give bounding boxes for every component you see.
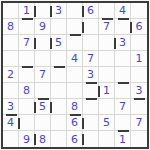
cell-r3c5[interactable] bbox=[67, 35, 83, 51]
cell-r4c1[interactable] bbox=[3, 51, 19, 67]
cell-r5c1[interactable]: 2 bbox=[3, 67, 19, 83]
cell-r2c3[interactable]: 9 bbox=[35, 19, 51, 35]
cell-r1c2[interactable]: 1 bbox=[19, 3, 35, 19]
cell-r4c2[interactable] bbox=[19, 51, 35, 67]
cell-r1c1[interactable] bbox=[3, 3, 19, 19]
cell-r6c6[interactable] bbox=[83, 83, 99, 99]
cell-r8c8[interactable] bbox=[115, 115, 131, 131]
cell-r5c8[interactable] bbox=[115, 67, 131, 83]
cell-r2c4[interactable] bbox=[51, 19, 67, 35]
cell-r1c9[interactable] bbox=[131, 3, 147, 19]
cell-r8c4[interactable] bbox=[51, 115, 67, 131]
cell-r8c9[interactable]: 7 bbox=[131, 115, 147, 131]
cell-r9c7[interactable] bbox=[99, 131, 115, 147]
cell-r4c4[interactable] bbox=[51, 51, 67, 67]
cell-r7c5[interactable]: 8 bbox=[67, 99, 83, 115]
cell-r5c4[interactable] bbox=[51, 67, 67, 83]
cell-r7c4[interactable] bbox=[51, 99, 67, 115]
cell-r2c1[interactable]: 8 bbox=[3, 19, 19, 35]
cell-r3c7[interactable] bbox=[99, 35, 115, 51]
cell-r4c8[interactable] bbox=[115, 51, 131, 67]
puzzle-board: 13648976753471273813358746579861 bbox=[1, 1, 149, 149]
cell-r9c2[interactable]: 9 bbox=[19, 131, 35, 147]
cell-r7c2[interactable] bbox=[19, 99, 35, 115]
cell-r9c4[interactable] bbox=[51, 131, 67, 147]
cell-r5c7[interactable] bbox=[99, 67, 115, 83]
cell-r4c9[interactable]: 1 bbox=[131, 51, 147, 67]
cell-r7c8[interactable]: 7 bbox=[115, 99, 131, 115]
cell-r8c7[interactable]: 5 bbox=[99, 115, 115, 131]
cell-r3c8[interactable]: 3 bbox=[115, 35, 131, 51]
cell-r2c2[interactable] bbox=[19, 19, 35, 35]
cell-r6c8[interactable] bbox=[115, 83, 131, 99]
cell-r5c3[interactable]: 7 bbox=[35, 67, 51, 83]
cell-r2c9[interactable]: 6 bbox=[131, 19, 147, 35]
cell-r7c7[interactable] bbox=[99, 99, 115, 115]
cell-r6c2[interactable]: 8 bbox=[19, 83, 35, 99]
cell-r4c7[interactable] bbox=[99, 51, 115, 67]
cell-r9c6[interactable] bbox=[83, 131, 99, 147]
cell-r9c1[interactable] bbox=[3, 131, 19, 147]
cell-r1c5[interactable] bbox=[67, 3, 83, 19]
cell-r5c9[interactable] bbox=[131, 67, 147, 83]
cell-r6c1[interactable] bbox=[3, 83, 19, 99]
cell-r3c9[interactable] bbox=[131, 35, 147, 51]
cell-r8c6[interactable] bbox=[83, 115, 99, 131]
cell-r8c3[interactable] bbox=[35, 115, 51, 131]
cell-r6c3[interactable] bbox=[35, 83, 51, 99]
cell-r9c5[interactable]: 6 bbox=[67, 131, 83, 147]
cell-r6c9[interactable]: 3 bbox=[131, 83, 147, 99]
cell-grid: 13648976753471273813358746579861 bbox=[3, 3, 147, 147]
cell-r1c7[interactable] bbox=[99, 3, 115, 19]
cell-r2c6[interactable] bbox=[83, 19, 99, 35]
cell-r7c1[interactable]: 3 bbox=[3, 99, 19, 115]
cell-r6c7[interactable]: 1 bbox=[99, 83, 115, 99]
cell-r3c2[interactable]: 7 bbox=[19, 35, 35, 51]
cell-r1c3[interactable] bbox=[35, 3, 51, 19]
cell-r8c5[interactable]: 6 bbox=[67, 115, 83, 131]
cell-r2c5[interactable] bbox=[67, 19, 83, 35]
cell-r3c1[interactable] bbox=[3, 35, 19, 51]
cell-r3c6[interactable] bbox=[83, 35, 99, 51]
cell-r5c6[interactable]: 3 bbox=[83, 67, 99, 83]
cell-r1c4[interactable]: 3 bbox=[51, 3, 67, 19]
cell-r6c4[interactable] bbox=[51, 83, 67, 99]
cell-r8c1[interactable]: 4 bbox=[3, 115, 19, 131]
cell-r5c2[interactable] bbox=[19, 67, 35, 83]
cell-r9c3[interactable]: 8 bbox=[35, 131, 51, 147]
puzzle-screen: 13648976753471273813358746579861 bbox=[0, 0, 150, 150]
cell-r2c8[interactable] bbox=[115, 19, 131, 35]
cell-r1c8[interactable]: 4 bbox=[115, 3, 131, 19]
cell-r6c5[interactable] bbox=[67, 83, 83, 99]
cell-r3c3[interactable] bbox=[35, 35, 51, 51]
cell-r7c9[interactable] bbox=[131, 99, 147, 115]
cell-r2c7[interactable]: 7 bbox=[99, 19, 115, 35]
cell-r4c6[interactable]: 7 bbox=[83, 51, 99, 67]
cell-r4c5[interactable]: 4 bbox=[67, 51, 83, 67]
cell-r7c3[interactable]: 5 bbox=[35, 99, 51, 115]
cell-r5c5[interactable] bbox=[67, 67, 83, 83]
cell-r8c2[interactable] bbox=[19, 115, 35, 131]
cell-r7c6[interactable] bbox=[83, 99, 99, 115]
cell-r9c9[interactable] bbox=[131, 131, 147, 147]
cell-r9c8[interactable]: 1 bbox=[115, 131, 131, 147]
cell-r3c4[interactable]: 5 bbox=[51, 35, 67, 51]
cell-r1c6[interactable]: 6 bbox=[83, 3, 99, 19]
cell-r4c3[interactable] bbox=[35, 51, 51, 67]
